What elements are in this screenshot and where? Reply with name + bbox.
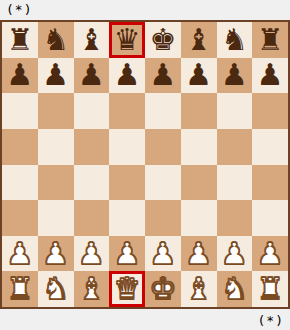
bottom-status-label: (*): [258, 313, 284, 328]
square-a2[interactable]: ♟: [2, 236, 38, 272]
square-g4[interactable]: [217, 165, 253, 201]
piece-white-bishop: ♝: [185, 274, 212, 304]
square-e8[interactable]: ♚: [145, 22, 181, 58]
square-b1[interactable]: ♞: [38, 271, 74, 307]
square-h7[interactable]: ♟: [252, 58, 288, 94]
square-c4[interactable]: [74, 165, 110, 201]
square-e2[interactable]: ♟: [145, 236, 181, 272]
piece-black-pawn: ♟: [221, 60, 248, 90]
square-h1[interactable]: ♜: [252, 271, 288, 307]
piece-white-queen: ♛: [114, 274, 141, 304]
square-f6[interactable]: [181, 93, 217, 129]
square-c8[interactable]: ♝: [74, 22, 110, 58]
square-h3[interactable]: [252, 200, 288, 236]
square-g1[interactable]: ♞: [217, 271, 253, 307]
piece-black-king: ♚: [149, 25, 176, 55]
square-b7[interactable]: ♟: [38, 58, 74, 94]
square-f5[interactable]: [181, 129, 217, 165]
piece-white-rook: ♜: [6, 274, 33, 304]
square-c3[interactable]: [74, 200, 110, 236]
square-a3[interactable]: [2, 200, 38, 236]
piece-black-bishop: ♝: [185, 25, 212, 55]
square-g5[interactable]: [217, 129, 253, 165]
square-f3[interactable]: [181, 200, 217, 236]
square-b3[interactable]: [38, 200, 74, 236]
piece-white-king: ♚: [149, 274, 176, 304]
square-c2[interactable]: ♟: [74, 236, 110, 272]
piece-white-rook: ♜: [257, 274, 284, 304]
square-b4[interactable]: [38, 165, 74, 201]
square-e1[interactable]: ♚: [145, 271, 181, 307]
piece-black-pawn: ♟: [149, 60, 176, 90]
square-e3[interactable]: [145, 200, 181, 236]
square-e7[interactable]: ♟: [145, 58, 181, 94]
square-f4[interactable]: [181, 165, 217, 201]
square-d8[interactable]: ♛: [109, 22, 145, 58]
square-f2[interactable]: ♟: [181, 236, 217, 272]
square-a4[interactable]: [2, 165, 38, 201]
square-f7[interactable]: ♟: [181, 58, 217, 94]
square-d6[interactable]: [109, 93, 145, 129]
piece-black-queen: ♛: [114, 25, 141, 55]
piece-white-pawn: ♟: [257, 239, 284, 269]
piece-black-pawn: ♟: [42, 60, 69, 90]
square-a5[interactable]: [2, 129, 38, 165]
piece-white-pawn: ♟: [185, 239, 212, 269]
piece-white-knight: ♞: [221, 274, 248, 304]
piece-black-pawn: ♟: [257, 60, 284, 90]
piece-black-bishop: ♝: [78, 25, 105, 55]
square-d3[interactable]: [109, 200, 145, 236]
square-g6[interactable]: [217, 93, 253, 129]
square-b8[interactable]: ♞: [38, 22, 74, 58]
square-d2[interactable]: ♟: [109, 236, 145, 272]
top-status-label: (*): [6, 2, 32, 17]
chess-board: ♜♞♝♛♚♝♞♜♟♟♟♟♟♟♟♟♟♟♟♟♟♟♟♟♜♞♝♛♚♝♞♜: [0, 20, 290, 309]
piece-white-pawn: ♟: [42, 239, 69, 269]
piece-white-pawn: ♟: [114, 239, 141, 269]
square-f1[interactable]: ♝: [181, 271, 217, 307]
square-g2[interactable]: ♟: [217, 236, 253, 272]
square-a6[interactable]: [2, 93, 38, 129]
square-a7[interactable]: ♟: [2, 58, 38, 94]
square-a8[interactable]: ♜: [2, 22, 38, 58]
square-d4[interactable]: [109, 165, 145, 201]
piece-black-pawn: ♟: [114, 60, 141, 90]
square-d7[interactable]: ♟: [109, 58, 145, 94]
piece-white-bishop: ♝: [78, 274, 105, 304]
square-g8[interactable]: ♞: [217, 22, 253, 58]
square-g3[interactable]: [217, 200, 253, 236]
square-h2[interactable]: ♟: [252, 236, 288, 272]
square-h8[interactable]: ♜: [252, 22, 288, 58]
piece-white-knight: ♞: [42, 274, 69, 304]
piece-white-pawn: ♟: [149, 239, 176, 269]
square-g7[interactable]: ♟: [217, 58, 253, 94]
square-c1[interactable]: ♝: [74, 271, 110, 307]
square-e5[interactable]: [145, 129, 181, 165]
piece-white-pawn: ♟: [6, 239, 33, 269]
piece-black-pawn: ♟: [78, 60, 105, 90]
square-f8[interactable]: ♝: [181, 22, 217, 58]
square-a1[interactable]: ♜: [2, 271, 38, 307]
square-d5[interactable]: [109, 129, 145, 165]
square-c6[interactable]: [74, 93, 110, 129]
piece-black-pawn: ♟: [185, 60, 212, 90]
piece-black-rook: ♜: [257, 25, 284, 55]
piece-black-rook: ♜: [6, 25, 33, 55]
piece-black-knight: ♞: [221, 25, 248, 55]
piece-white-pawn: ♟: [78, 239, 105, 269]
square-c7[interactable]: ♟: [74, 58, 110, 94]
square-e4[interactable]: [145, 165, 181, 201]
square-d1[interactable]: ♛: [109, 271, 145, 307]
square-b2[interactable]: ♟: [38, 236, 74, 272]
square-h5[interactable]: [252, 129, 288, 165]
square-h4[interactable]: [252, 165, 288, 201]
piece-black-knight: ♞: [42, 25, 69, 55]
piece-black-pawn: ♟: [6, 60, 33, 90]
square-b5[interactable]: [38, 129, 74, 165]
square-h6[interactable]: [252, 93, 288, 129]
square-c5[interactable]: [74, 129, 110, 165]
square-b6[interactable]: [38, 93, 74, 129]
piece-white-pawn: ♟: [221, 239, 248, 269]
square-e6[interactable]: [145, 93, 181, 129]
